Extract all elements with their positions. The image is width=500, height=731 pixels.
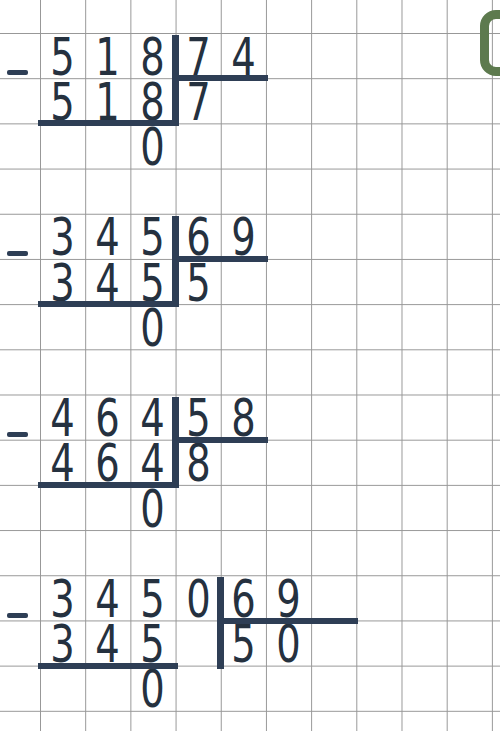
subtrahend-digit: 3 [40,621,85,666]
subtrahend-digit: 4 [85,621,130,666]
dividend-digit: 3 [40,575,85,620]
squared-paper-worksheet: 5187451870345693455046458464803450693455… [0,0,500,731]
digit-glyph: 5 [141,573,165,625]
digit-glyph: 5 [231,618,255,670]
divisor-digit: 6 [221,575,266,620]
digit-glyph: 0 [141,663,165,715]
minus-sign [7,613,28,618]
dividend-digit: 0 [176,575,221,620]
digit-glyph: 0 [276,618,300,670]
divisor-digit: 9 [266,575,311,620]
digit-glyph: 3 [50,573,74,625]
quotient-digit: 0 [266,621,311,666]
digit-glyph: 4 [96,573,120,625]
quotient-digit: 5 [221,621,266,666]
minuend-underline [38,663,178,669]
dividend-digit: 5 [130,575,175,620]
division-problem-4: 345069345500 [0,0,500,731]
digit-glyph: 0 [186,573,210,625]
remainder-digit: 0 [130,666,175,711]
dividend-digit: 4 [85,575,130,620]
subtrahend-digit: 5 [130,621,175,666]
divisor-underline [217,618,358,624]
